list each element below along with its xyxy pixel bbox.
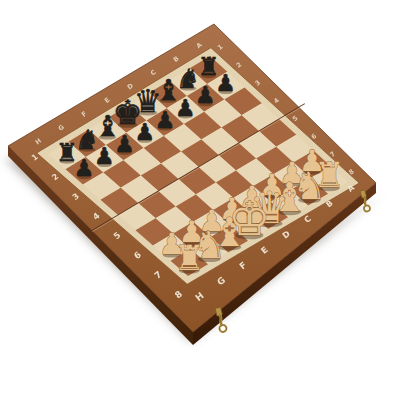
piece-black-pawn-b2: ♟ (195, 81, 216, 109)
product-photo-canvas: 1AA12BB23CC34DD45EE56FF67GG78HH8♜♞♟♝♟♛♟♚… (0, 0, 400, 400)
piece-black-pawn-h2: ♟ (74, 154, 95, 182)
piece-white-rook-h8: ♜ (174, 238, 205, 278)
chess-board: 1AA12BB23CC34DD45EE56FF67GG78HH8♜♞♟♝♟♛♟♚… (0, 0, 400, 400)
piece-black-pawn-e2: ♟ (134, 118, 155, 146)
piece-black-pawn-a2: ♟ (215, 69, 236, 97)
piece-black-pawn-c2: ♟ (175, 94, 196, 122)
piece-black-pawn-f2: ♟ (114, 130, 135, 158)
piece-black-pawn-d2: ♟ (155, 106, 176, 134)
piece-black-pawn-g2: ♟ (94, 142, 115, 170)
